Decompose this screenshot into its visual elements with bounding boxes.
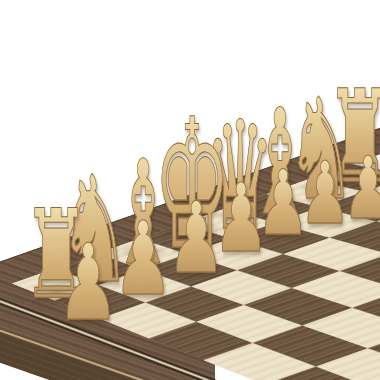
chess-board-photo: ♜♞♝♟♛♟♟♚♟♝♟♞♟♜♟ <box>0 0 380 380</box>
pawn-glyph: ♟ <box>57 230 119 335</box>
piece-h2-white-pawn[interactable]: ♟ <box>0 250 188 311</box>
